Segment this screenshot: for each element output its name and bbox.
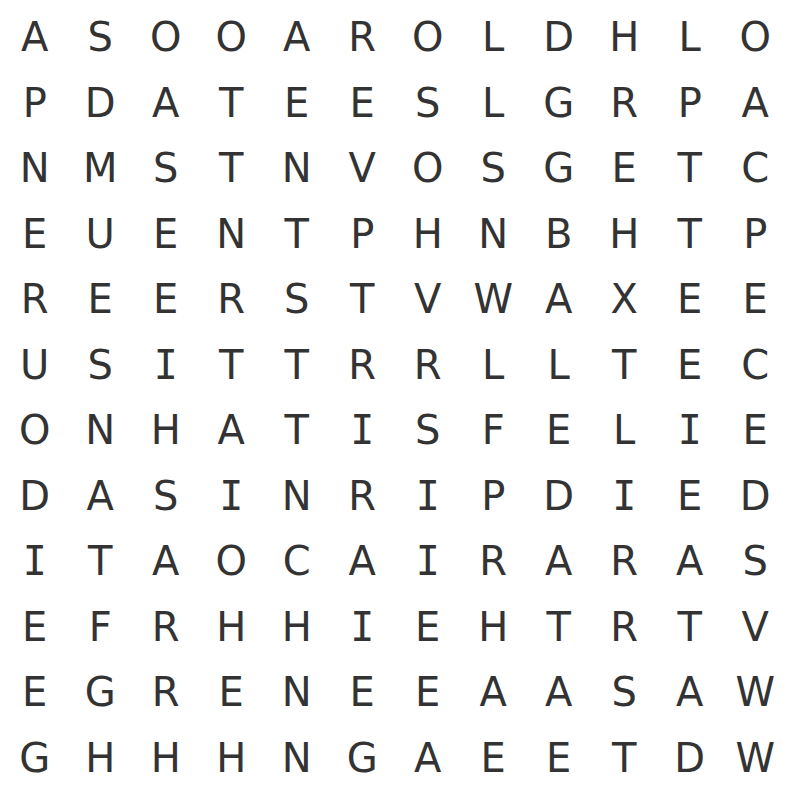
grid-cell[interactable]: I: [199, 464, 265, 530]
grid-cell[interactable]: U: [68, 202, 134, 268]
grid-cell[interactable]: I: [133, 333, 199, 399]
grid-cell[interactable]: O: [199, 529, 265, 595]
grid-cell[interactable]: R: [199, 267, 265, 333]
grid-cell[interactable]: I: [395, 464, 461, 530]
grid-cell[interactable]: E: [68, 267, 134, 333]
grid-cell[interactable]: B: [526, 202, 592, 268]
grid-cell[interactable]: O: [2, 398, 68, 464]
grid-cell[interactable]: E: [133, 267, 199, 333]
grid-cell[interactable]: H: [133, 726, 199, 792]
grid-cell[interactable]: T: [199, 136, 265, 202]
grid-cell[interactable]: A: [264, 5, 330, 71]
grid-cell[interactable]: T: [264, 333, 330, 399]
grid-cell[interactable]: N: [2, 136, 68, 202]
grid-cell[interactable]: E: [264, 71, 330, 137]
grid-cell[interactable]: D: [723, 464, 789, 530]
grid-cell[interactable]: T: [68, 529, 134, 595]
grid-cell[interactable]: L: [526, 333, 592, 399]
grid-cell[interactable]: E: [395, 660, 461, 726]
grid-cell[interactable]: S: [395, 71, 461, 137]
grid-cell[interactable]: L: [461, 333, 527, 399]
grid-cell[interactable]: L: [461, 5, 527, 71]
grid-cell[interactable]: E: [2, 660, 68, 726]
grid-cell[interactable]: C: [723, 333, 789, 399]
grid-cell[interactable]: I: [657, 398, 723, 464]
grid-cell[interactable]: L: [592, 398, 658, 464]
grid-cell[interactable]: R: [461, 529, 527, 595]
grid-cell[interactable]: A: [133, 71, 199, 137]
grid-cell[interactable]: L: [461, 71, 527, 137]
grid-cell[interactable]: I: [592, 464, 658, 530]
grid-cell[interactable]: V: [330, 136, 396, 202]
grid-cell[interactable]: E: [133, 202, 199, 268]
grid-cell[interactable]: T: [592, 333, 658, 399]
grid-cell[interactable]: S: [461, 136, 527, 202]
grid-cell[interactable]: T: [330, 267, 396, 333]
grid-cell[interactable]: H: [264, 595, 330, 661]
grid-cell[interactable]: H: [199, 595, 265, 661]
grid-cell[interactable]: G: [330, 726, 396, 792]
grid-cell[interactable]: A: [461, 660, 527, 726]
grid-cell[interactable]: R: [133, 660, 199, 726]
grid-cell[interactable]: D: [526, 464, 592, 530]
grid-cell[interactable]: E: [461, 726, 527, 792]
grid-cell[interactable]: T: [199, 333, 265, 399]
grid-cell[interactable]: E: [526, 726, 592, 792]
grid-cell[interactable]: X: [592, 267, 658, 333]
grid-cell[interactable]: E: [330, 71, 396, 137]
grid-cell[interactable]: A: [657, 529, 723, 595]
grid-cell[interactable]: A: [395, 726, 461, 792]
grid-cell[interactable]: T: [199, 71, 265, 137]
grid-cell[interactable]: A: [133, 529, 199, 595]
grid-cell[interactable]: R: [133, 595, 199, 661]
grid-cell[interactable]: A: [330, 529, 396, 595]
grid-cell[interactable]: H: [461, 595, 527, 661]
grid-cell[interactable]: S: [68, 5, 134, 71]
grid-cell[interactable]: N: [199, 202, 265, 268]
grid-cell[interactable]: O: [395, 136, 461, 202]
grid-cell[interactable]: N: [264, 464, 330, 530]
grid-cell[interactable]: E: [526, 398, 592, 464]
grid-cell[interactable]: A: [199, 398, 265, 464]
grid-cell[interactable]: E: [199, 660, 265, 726]
grid-cell[interactable]: R: [592, 529, 658, 595]
grid-cell[interactable]: W: [723, 726, 789, 792]
grid-cell[interactable]: T: [657, 136, 723, 202]
grid-cell[interactable]: P: [330, 202, 396, 268]
grid-cell[interactable]: T: [657, 202, 723, 268]
grid-cell[interactable]: A: [526, 529, 592, 595]
grid-cell[interactable]: P: [657, 71, 723, 137]
grid-cell[interactable]: R: [592, 595, 658, 661]
grid-cell[interactable]: N: [264, 136, 330, 202]
grid-cell[interactable]: C: [723, 136, 789, 202]
grid-cell[interactable]: R: [2, 267, 68, 333]
grid-cell[interactable]: C: [264, 529, 330, 595]
grid-cell[interactable]: H: [68, 726, 134, 792]
grid-cell[interactable]: N: [461, 202, 527, 268]
grid-cell[interactable]: E: [592, 136, 658, 202]
grid-cell[interactable]: D: [68, 71, 134, 137]
grid-cell[interactable]: W: [723, 660, 789, 726]
grid-cell[interactable]: H: [133, 398, 199, 464]
grid-cell[interactable]: D: [2, 464, 68, 530]
grid-cell[interactable]: A: [723, 71, 789, 137]
grid-cell[interactable]: U: [2, 333, 68, 399]
grid-cell[interactable]: R: [330, 333, 396, 399]
grid-cell[interactable]: T: [526, 595, 592, 661]
grid-cell[interactable]: H: [592, 5, 658, 71]
grid-cell[interactable]: F: [461, 398, 527, 464]
grid-cell[interactable]: I: [395, 529, 461, 595]
grid-cell[interactable]: D: [657, 726, 723, 792]
grid-cell[interactable]: T: [657, 595, 723, 661]
grid-cell[interactable]: N: [68, 398, 134, 464]
grid-cell[interactable]: T: [592, 726, 658, 792]
grid-cell[interactable]: O: [395, 5, 461, 71]
grid-cell[interactable]: P: [2, 71, 68, 137]
grid-cell[interactable]: R: [592, 71, 658, 137]
grid-cell[interactable]: G: [526, 71, 592, 137]
grid-cell[interactable]: P: [723, 202, 789, 268]
grid-cell[interactable]: E: [2, 595, 68, 661]
grid-cell[interactable]: R: [330, 5, 396, 71]
grid-cell[interactable]: I: [330, 595, 396, 661]
grid-cell[interactable]: E: [657, 333, 723, 399]
grid-cell[interactable]: A: [68, 464, 134, 530]
grid-cell[interactable]: O: [199, 5, 265, 71]
grid-cell[interactable]: S: [133, 464, 199, 530]
grid-cell[interactable]: S: [133, 136, 199, 202]
grid-cell[interactable]: T: [264, 202, 330, 268]
grid-cell[interactable]: E: [657, 267, 723, 333]
grid-cell[interactable]: O: [133, 5, 199, 71]
grid-cell[interactable]: I: [2, 529, 68, 595]
grid-cell[interactable]: R: [395, 333, 461, 399]
grid-cell[interactable]: A: [526, 660, 592, 726]
grid-cell[interactable]: A: [657, 660, 723, 726]
grid-cell[interactable]: S: [68, 333, 134, 399]
grid-cell[interactable]: S: [723, 529, 789, 595]
grid-cell[interactable]: E: [2, 202, 68, 268]
grid-cell[interactable]: I: [330, 398, 396, 464]
grid-cell[interactable]: H: [395, 202, 461, 268]
grid-cell[interactable]: A: [526, 267, 592, 333]
grid-cell[interactable]: S: [264, 267, 330, 333]
grid-cell[interactable]: T: [264, 398, 330, 464]
grid-cell[interactable]: G: [2, 726, 68, 792]
grid-cell[interactable]: V: [723, 595, 789, 661]
grid-cell[interactable]: S: [395, 398, 461, 464]
grid-cell[interactable]: E: [723, 398, 789, 464]
grid-cell[interactable]: V: [395, 267, 461, 333]
grid-cell[interactable]: N: [264, 726, 330, 792]
grid-cell[interactable]: O: [723, 5, 789, 71]
grid-cell[interactable]: R: [330, 464, 396, 530]
grid-cell[interactable]: A: [2, 5, 68, 71]
grid-cell[interactable]: F: [68, 595, 134, 661]
grid-cell[interactable]: L: [657, 5, 723, 71]
grid-cell[interactable]: S: [592, 660, 658, 726]
word-search-grid: ASOOAROLDHLOPDATEESLGRPANMSTNVOSGETCEUEN…: [2, 5, 788, 791]
grid-cell[interactable]: H: [592, 202, 658, 268]
grid-cell[interactable]: E: [657, 464, 723, 530]
grid-cell[interactable]: M: [68, 136, 134, 202]
grid-cell[interactable]: E: [330, 660, 396, 726]
grid-cell[interactable]: H: [199, 726, 265, 792]
grid-cell[interactable]: E: [395, 595, 461, 661]
grid-cell[interactable]: G: [526, 136, 592, 202]
grid-cell[interactable]: D: [526, 5, 592, 71]
grid-cell[interactable]: W: [461, 267, 527, 333]
word-search-page: ASOOAROLDHLOPDATEESLGRPANMSTNVOSGETCEUEN…: [0, 0, 800, 793]
grid-cell[interactable]: N: [264, 660, 330, 726]
grid-cell[interactable]: P: [461, 464, 527, 530]
grid-cell[interactable]: E: [723, 267, 789, 333]
grid-cell[interactable]: G: [68, 660, 134, 726]
